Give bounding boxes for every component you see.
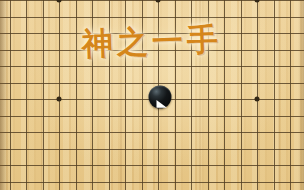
title-text: 神之一手 xyxy=(0,18,304,69)
star-point xyxy=(156,0,161,3)
star-point xyxy=(57,0,62,3)
grid-line-horizontal xyxy=(0,83,304,84)
star-point xyxy=(255,97,260,102)
grid-line-horizontal xyxy=(0,165,304,166)
grid-line-horizontal xyxy=(0,149,304,150)
star-point xyxy=(57,97,62,102)
black-stone[interactable] xyxy=(148,85,171,108)
grid-line-horizontal xyxy=(0,182,304,183)
white-triangle-marker-icon xyxy=(148,85,171,108)
grid-line-horizontal xyxy=(0,17,304,18)
grid-line-horizontal xyxy=(0,116,304,117)
star-point xyxy=(255,0,260,3)
go-board[interactable]: 神之一手 xyxy=(0,0,304,190)
grid-line-horizontal xyxy=(0,132,304,133)
